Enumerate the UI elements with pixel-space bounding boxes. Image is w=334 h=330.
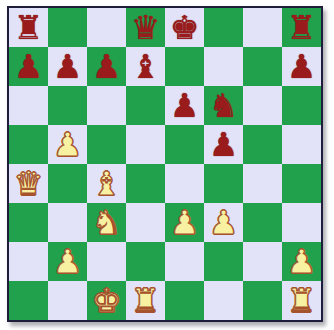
piece-black-rook: ♜ [14, 8, 44, 47]
square-f7[interactable] [204, 47, 243, 86]
square-a7[interactable]: ♟ [9, 47, 48, 86]
square-b2[interactable]: ♟ [48, 242, 87, 281]
square-a6[interactable] [9, 86, 48, 125]
square-b5[interactable]: ♟ [48, 125, 87, 164]
piece-white-king: ♚ [92, 281, 122, 320]
chess-board-frame: ♜♛♚♜♟♟♟♝♟♟♞♟♟♛♝♞♟♟♟♟♚♜♜ [7, 6, 323, 322]
square-e7[interactable] [165, 47, 204, 86]
square-h5[interactable] [282, 125, 321, 164]
square-a4[interactable]: ♛ [9, 164, 48, 203]
square-d6[interactable] [126, 86, 165, 125]
square-c2[interactable] [87, 242, 126, 281]
square-f2[interactable] [204, 242, 243, 281]
piece-black-rook: ♜ [287, 8, 317, 47]
square-a1[interactable] [9, 281, 48, 320]
piece-black-king: ♚ [170, 8, 200, 47]
square-c6[interactable] [87, 86, 126, 125]
square-c7[interactable]: ♟ [87, 47, 126, 86]
square-e4[interactable] [165, 164, 204, 203]
piece-white-queen: ♛ [14, 164, 44, 203]
piece-white-rook: ♜ [287, 281, 317, 320]
square-f5[interactable]: ♟ [204, 125, 243, 164]
square-e2[interactable] [165, 242, 204, 281]
square-c4[interactable]: ♝ [87, 164, 126, 203]
square-e3[interactable]: ♟ [165, 203, 204, 242]
square-e6[interactable]: ♟ [165, 86, 204, 125]
piece-white-pawn: ♟ [209, 203, 239, 242]
chess-board: ♜♛♚♜♟♟♟♝♟♟♞♟♟♛♝♞♟♟♟♟♚♜♜ [9, 8, 321, 320]
piece-white-pawn: ♟ [287, 242, 317, 281]
piece-black-queen: ♛ [131, 8, 161, 47]
square-h2[interactable]: ♟ [282, 242, 321, 281]
square-g1[interactable] [243, 281, 282, 320]
square-d2[interactable] [126, 242, 165, 281]
square-b7[interactable]: ♟ [48, 47, 87, 86]
square-b1[interactable] [48, 281, 87, 320]
square-c1[interactable]: ♚ [87, 281, 126, 320]
square-b6[interactable] [48, 86, 87, 125]
square-b3[interactable] [48, 203, 87, 242]
square-d4[interactable] [126, 164, 165, 203]
square-h3[interactable] [282, 203, 321, 242]
piece-black-pawn: ♟ [53, 47, 83, 86]
square-g5[interactable] [243, 125, 282, 164]
square-a2[interactable] [9, 242, 48, 281]
piece-white-pawn: ♟ [170, 203, 200, 242]
square-g6[interactable] [243, 86, 282, 125]
square-c5[interactable] [87, 125, 126, 164]
square-f6[interactable]: ♞ [204, 86, 243, 125]
square-e5[interactable] [165, 125, 204, 164]
square-e8[interactable]: ♚ [165, 8, 204, 47]
piece-white-pawn: ♟ [53, 125, 83, 164]
square-g2[interactable] [243, 242, 282, 281]
piece-white-knight: ♞ [92, 203, 122, 242]
piece-black-pawn: ♟ [14, 47, 44, 86]
piece-black-pawn: ♟ [287, 47, 317, 86]
piece-black-pawn: ♟ [209, 125, 239, 164]
square-h8[interactable]: ♜ [282, 8, 321, 47]
square-f4[interactable] [204, 164, 243, 203]
square-d3[interactable] [126, 203, 165, 242]
square-h4[interactable] [282, 164, 321, 203]
square-h6[interactable] [282, 86, 321, 125]
square-f8[interactable] [204, 8, 243, 47]
square-f1[interactable] [204, 281, 243, 320]
piece-black-bishop: ♝ [131, 47, 161, 86]
square-g8[interactable] [243, 8, 282, 47]
piece-black-knight: ♞ [209, 86, 239, 125]
piece-black-pawn: ♟ [92, 47, 122, 86]
square-h7[interactable]: ♟ [282, 47, 321, 86]
square-c8[interactable] [87, 8, 126, 47]
square-h1[interactable]: ♜ [282, 281, 321, 320]
square-a3[interactable] [9, 203, 48, 242]
square-d1[interactable]: ♜ [126, 281, 165, 320]
square-d7[interactable]: ♝ [126, 47, 165, 86]
piece-white-rook: ♜ [131, 281, 161, 320]
square-e1[interactable] [165, 281, 204, 320]
square-g3[interactable] [243, 203, 282, 242]
piece-black-pawn: ♟ [170, 86, 200, 125]
square-b4[interactable] [48, 164, 87, 203]
piece-white-pawn: ♟ [53, 242, 83, 281]
square-d8[interactable]: ♛ [126, 8, 165, 47]
square-a5[interactable] [9, 125, 48, 164]
square-d5[interactable] [126, 125, 165, 164]
square-a8[interactable]: ♜ [9, 8, 48, 47]
square-b8[interactable] [48, 8, 87, 47]
square-g7[interactable] [243, 47, 282, 86]
square-f3[interactable]: ♟ [204, 203, 243, 242]
page-background: ♜♛♚♜♟♟♟♝♟♟♞♟♟♛♝♞♟♟♟♟♚♜♜ [0, 0, 334, 330]
square-g4[interactable] [243, 164, 282, 203]
piece-white-bishop: ♝ [92, 164, 122, 203]
square-c3[interactable]: ♞ [87, 203, 126, 242]
